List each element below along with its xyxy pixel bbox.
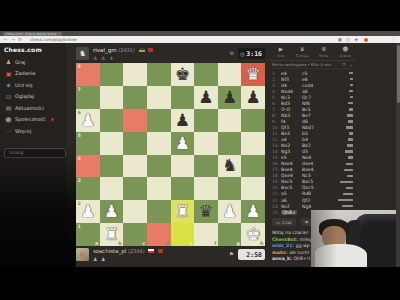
live-badge — [148, 48, 153, 52]
move-time-bar — [346, 163, 353, 165]
square-e2[interactable]: ♜ — [171, 200, 195, 223]
square-e7[interactable] — [171, 86, 195, 109]
black-move[interactable]: Nc5 — [302, 173, 323, 178]
square-b2[interactable]: ♟ — [100, 200, 124, 223]
white-move[interactable]: Qh8+ — [281, 210, 302, 215]
white-move[interactable]: Nc3 — [281, 95, 302, 100]
move-number: 17. — [272, 167, 281, 172]
piece-white-pawn[interactable]: ♟ — [246, 203, 261, 220]
square-b8[interactable] — [100, 63, 124, 86]
forward-icon[interactable]: → — [11, 36, 15, 43]
move-number: 13. — [272, 143, 281, 148]
tab-label: Gracze — [339, 54, 351, 58]
profile-avatar-icon[interactable] — [364, 38, 369, 43]
black-move[interactable]: b4 — [302, 137, 323, 142]
square-d7[interactable] — [147, 86, 171, 109]
video-frame: Chess.com - Graj w szachy online ← → ⟳ c… — [0, 0, 400, 300]
top-player-bar: ♞ rival_gm (2431) ♙ ♙ ♗ ⊕ ◷ 3:16 — [76, 46, 265, 62]
chat-panel: Witaj na czacie!ChessBot: miłego oglądan… — [272, 230, 316, 263]
move-time-bar — [350, 96, 353, 98]
square-a5[interactable]: 5 — [76, 132, 100, 155]
white-move[interactable]: Ng3 — [281, 149, 302, 154]
square-a7[interactable]: 7 — [76, 86, 100, 109]
black-move[interactable]: d6 — [302, 119, 323, 124]
file-label: g — [236, 241, 239, 246]
white-move[interactable]: Ne2 — [281, 143, 302, 148]
white-move[interactable]: a4 — [281, 137, 302, 142]
square-f1[interactable]: f — [194, 223, 218, 246]
black-move[interactable]: Rd8 — [302, 191, 323, 196]
rank-label: 8 — [78, 64, 81, 69]
black-move[interactable]: e6 — [302, 77, 323, 82]
top-player-flag-icon — [139, 48, 145, 52]
chess-site-page: Chess.com ♟Graj▣Zadania◈Ucz się⊡Oglądaj▤… — [0, 43, 400, 267]
bottom-player-avatar[interactable]: ♘ — [76, 248, 89, 261]
black-move[interactable]: dxe4 — [302, 161, 323, 166]
black-move[interactable]: cxd4 — [302, 83, 323, 88]
sidebar-item-label: Społeczność — [15, 116, 46, 122]
webcam-shading — [311, 210, 400, 267]
sidebar-item-label: Więcej — [15, 128, 32, 134]
partie-tab-icon: ≣ — [321, 47, 326, 53]
page-scrollbar[interactable] — [396, 43, 400, 267]
square-e8[interactable]: ♚ — [171, 63, 195, 86]
move-time-bar — [348, 102, 353, 104]
move-time-bar — [347, 175, 353, 177]
move-number: 14. — [272, 149, 281, 154]
bottom-player-username: szachista_pl — [93, 248, 126, 254]
move-number: 18. — [272, 173, 281, 178]
square-h2[interactable]: ♟ — [241, 200, 265, 223]
bottom-player-bar: ♘ szachista_pl (2394) ♟ ♟ ⚑ 2:58 — [76, 247, 265, 263]
button-label: Czat — [282, 220, 291, 225]
white-move[interactable]: f4 — [281, 119, 302, 124]
square-c2[interactable] — [123, 200, 147, 223]
move-number: 24. — [272, 210, 281, 215]
kamera-icon: ⚑ — [305, 220, 309, 225]
square-b7[interactable] — [100, 86, 124, 109]
aktualności-icon: ▤ — [5, 104, 12, 111]
move-number: 7. — [272, 107, 281, 112]
event-title-text: Partia rankingowa • Blitz 3 min — [272, 62, 331, 67]
file-label: f — [214, 241, 216, 246]
move-time-bar — [348, 120, 353, 122]
webcam-overlay — [311, 210, 400, 267]
black-move[interactable]: Bc5 — [302, 107, 323, 112]
square-g6[interactable] — [218, 109, 242, 132]
chat-username[interactable]: anna_k: — [272, 256, 292, 261]
piece-white-rook[interactable]: ♜ — [175, 203, 190, 220]
turnieje-tab-icon: ♛ — [300, 47, 305, 53]
zadania-icon: ▣ — [5, 70, 12, 77]
square-a1[interactable]: 1a — [76, 223, 100, 246]
white-move[interactable]: Nxd4 — [281, 89, 302, 94]
square-a3[interactable]: 3 — [76, 177, 100, 200]
file-label: c — [143, 241, 146, 246]
piece-black-knight[interactable]: ♞ — [222, 157, 237, 174]
square-a6[interactable]: 6♟ — [76, 109, 100, 132]
tab-turnieje[interactable]: ♛Turnieje — [292, 45, 314, 60]
square-c5[interactable] — [123, 132, 147, 155]
square-e1[interactable]: e — [171, 223, 195, 246]
move-number: 16. — [272, 161, 281, 166]
tab-label: Graj — [277, 54, 284, 58]
sidebar-item-ogldaj[interactable]: ⊡Oglądaj — [5, 91, 63, 102]
sidebar-item-label: Graj — [15, 59, 25, 65]
notification-badge — [51, 118, 54, 121]
move-number: 19. — [272, 179, 281, 184]
move-number: 4. — [272, 89, 281, 94]
chess-board: 8♚♛7♟♟♟6♟♟5♟4♞32♟♟♜♛♟♟1ab♜cdefgh♚ — [76, 63, 265, 246]
white-move[interactable]: e5 — [281, 155, 302, 160]
square-d8[interactable] — [147, 63, 171, 86]
square-g8[interactable] — [218, 63, 242, 86]
czat-button[interactable]: ▭Czat — [272, 218, 296, 226]
square-f5[interactable] — [194, 132, 218, 155]
move-time-bar — [344, 169, 353, 171]
chat-text: gg wp — [296, 243, 310, 248]
move-number: 5. — [272, 95, 281, 100]
chat-message: ChessBot: miłego oglądania — [272, 237, 316, 244]
sidebar-item-label: Ucz się — [15, 82, 33, 88]
więcej-icon: ⋯ — [5, 127, 12, 134]
black-move[interactable]: Qc7 — [302, 95, 323, 100]
black-move[interactable]: Bxe4 — [302, 167, 323, 172]
square-f6[interactable] — [194, 109, 218, 132]
move-list: 1.e4c52.Nf3e63.d4cxd44.Nxd4a65.Nc3Qc76.B… — [272, 70, 356, 215]
piece-black-queen[interactable]: ♛ — [198, 203, 213, 220]
piece-black-pawn[interactable]: ♟ — [222, 88, 237, 105]
chat-message: maks: ale ruch! — [272, 250, 316, 257]
white-move[interactable]: Bxc5 — [281, 185, 302, 190]
top-player-rating: (2431) — [118, 47, 135, 53]
piece-black-pawn[interactable]: ♟ — [246, 88, 261, 105]
square-f8[interactable] — [194, 63, 218, 86]
move-time-bar — [343, 193, 353, 195]
square-h4[interactable] — [241, 155, 265, 178]
white-move[interactable]: Nxe4 — [281, 161, 302, 166]
move-number: 23. — [272, 204, 281, 209]
piece-black-pawn[interactable]: ♟ — [198, 88, 213, 105]
sidebar-item-label: Oglądaj — [15, 93, 34, 99]
top-player-username: rival_gm — [93, 47, 117, 53]
square-c1[interactable]: c — [123, 223, 147, 246]
square-e6[interactable]: ♟ — [171, 109, 195, 132]
square-d1[interactable]: d — [147, 223, 171, 246]
sidebar-item-label: Aktualności — [15, 105, 44, 111]
sidebar-item-uczsi[interactable]: ◈Ucz się — [5, 79, 63, 90]
square-g3[interactable] — [218, 177, 242, 200]
move-number: 2. — [272, 77, 281, 82]
square-c7[interactable] — [123, 86, 147, 109]
panel-tabs: ▶Graj♛Turnieje≣Partie☻Gracze — [270, 45, 356, 61]
move-number: 3. — [272, 83, 281, 88]
square-f2[interactable]: ♛ — [194, 200, 218, 223]
square-c8[interactable] — [123, 63, 147, 86]
black-move[interactable]: Qf2 — [302, 198, 323, 203]
chat-message: widz_21: gg wp — [272, 243, 316, 250]
move-time-bar — [346, 187, 353, 189]
move-number: 9. — [272, 119, 281, 124]
top-player-name[interactable]: rival_gm (2431) — [93, 47, 153, 53]
avatar-piece-icon: ♞ — [79, 49, 86, 58]
chat-username[interactable]: ChessBot: — [272, 237, 298, 242]
sidebar-item-zadania[interactable]: ▣Zadania — [5, 68, 63, 79]
white-move[interactable]: e4 — [281, 71, 302, 76]
list-icon[interactable]: ≡ — [342, 62, 346, 68]
white-move[interactable]: Nf3 — [281, 77, 302, 82]
chat-message: anna_k: Qh8+!! — [272, 256, 316, 263]
square-e3[interactable] — [171, 177, 195, 200]
move-time-bar — [340, 181, 353, 183]
piece-black-king[interactable]: ♚ — [175, 65, 190, 82]
sidebar-item-graj[interactable]: ♟Graj — [5, 56, 63, 67]
extension-icon[interactable]: ▣ — [338, 36, 342, 43]
chevron-down-icon[interactable]: ⌄ — [349, 62, 353, 68]
square-f4[interactable] — [194, 155, 218, 178]
move-number: 21. — [272, 191, 281, 196]
tab-label: Turnieje — [296, 54, 309, 58]
czat-icon: ▭ — [276, 220, 280, 225]
tab-partie[interactable]: ≣Partie — [313, 45, 335, 60]
top-player-avatar[interactable]: ♞ — [76, 47, 89, 60]
tab-graj[interactable]: ▶Graj — [270, 45, 292, 60]
square-d3[interactable] — [147, 177, 171, 200]
move-number: 8. — [272, 113, 281, 118]
white-move[interactable]: O-O — [281, 107, 302, 112]
bottom-clock-time: 2:58 — [246, 251, 262, 259]
move-time-bar — [349, 72, 353, 74]
chat-username[interactable]: widz_21: — [272, 243, 294, 248]
file-label: a — [95, 241, 98, 246]
oglądaj-icon: ⊡ — [5, 93, 12, 100]
społeczność-icon: ☻ — [5, 116, 12, 123]
graj-icon: ♟ — [5, 58, 12, 65]
move-number: 22. — [272, 198, 281, 203]
square-h7[interactable]: ♟ — [241, 86, 265, 109]
move-time-bar — [348, 156, 353, 158]
square-d5[interactable] — [147, 132, 171, 155]
square-g7[interactable]: ♟ — [218, 86, 242, 109]
reload-icon[interactable]: ⟳ — [18, 36, 22, 43]
move-number: 11. — [272, 131, 281, 136]
clock-icon: ◷ — [240, 51, 244, 57]
move-number: 12. — [272, 137, 281, 142]
square-c3[interactable] — [123, 177, 147, 200]
event-title[interactable]: Partia rankingowa • Blitz 3 min ≡ ⌄ — [272, 62, 354, 69]
sidebar-item-label: Zadania — [15, 70, 35, 76]
square-e4[interactable] — [171, 155, 195, 178]
back-icon[interactable]: ← — [4, 36, 8, 43]
chat-username[interactable]: maks: — [272, 250, 288, 255]
graj-tab-icon: ▶ — [279, 47, 283, 53]
move-time-bar — [348, 138, 353, 140]
square-b1[interactable]: b♜ — [100, 223, 124, 246]
square-b4[interactable] — [100, 155, 124, 178]
letterbox-top — [0, 0, 400, 31]
url-text[interactable]: chess.com/play/online — [30, 36, 77, 43]
piece-white-rook[interactable]: ♜ — [104, 226, 119, 243]
piece-white-pawn[interactable]: ♟ — [222, 203, 237, 220]
sidebar: Chess.com ♟Graj▣Zadania◈Ucz się⊡Oglądaj▤… — [0, 43, 66, 267]
piece-white-king[interactable]: ♚ — [246, 226, 261, 243]
extension-icon[interactable]: ◈ — [355, 36, 358, 43]
extension-icon[interactable]: ◫ — [346, 36, 350, 43]
move-time-bar — [346, 126, 353, 128]
square-a2[interactable]: 2♟ — [76, 200, 100, 223]
move-time-bar — [345, 150, 353, 152]
rank-label: 4 — [78, 156, 81, 161]
white-move[interactable]: Qxe4 — [281, 173, 302, 178]
rank-label: 1 — [78, 224, 81, 229]
move-number: 1. — [272, 71, 281, 76]
move-number: 10. — [272, 125, 281, 130]
square-g1[interactable]: g — [218, 223, 242, 246]
square-h1[interactable]: h♚ — [241, 223, 265, 246]
chat-text: ale ruch! — [289, 250, 309, 255]
square-d4[interactable] — [147, 155, 171, 178]
top-clock-time: 3:16 — [246, 50, 262, 58]
white-move[interactable]: Nxc5 — [281, 179, 302, 184]
square-a8[interactable]: 8 — [76, 63, 100, 86]
file-label: d — [166, 241, 169, 246]
white-move[interactable]: Qf3 — [281, 125, 302, 130]
chat-text: Qh8+!! — [293, 256, 310, 261]
black-move[interactable]: Nbd7 — [302, 125, 323, 130]
move-time-bar — [342, 205, 353, 207]
move-time-bar — [349, 108, 353, 110]
move-time-bar — [347, 114, 353, 116]
square-b5[interactable] — [100, 132, 124, 155]
move-number: 20. — [272, 185, 281, 190]
gracze-tab-icon: ☻ — [342, 47, 348, 53]
rank-label: 3 — [78, 178, 81, 183]
square-d2[interactable] — [147, 200, 171, 223]
white-move[interactable]: Bd3 — [281, 101, 302, 106]
move-time-bar — [350, 84, 353, 86]
file-label: e — [189, 241, 192, 246]
flag-resign-icon[interactable]: ⚑ — [229, 251, 234, 257]
black-move[interactable]: Bb7 — [302, 143, 323, 148]
piece-white-pawn[interactable]: ♟ — [175, 134, 190, 151]
black-move[interactable]: Nf6 — [302, 101, 323, 106]
square-h5[interactable] — [241, 132, 265, 155]
bottom-captured-pieces: ♟ ♟ — [93, 256, 107, 262]
piece-white-queen[interactable]: ♛ — [246, 65, 261, 82]
white-move[interactable]: a6 — [281, 198, 302, 203]
letterbox-bottom — [0, 267, 400, 300]
white-move[interactable]: a5 — [281, 191, 302, 196]
piece-white-pawn[interactable]: ♟ — [104, 203, 119, 220]
square-f3[interactable] — [194, 177, 218, 200]
black-move[interactable]: a6 — [302, 89, 323, 94]
square-a4[interactable]: 4 — [76, 155, 100, 178]
sidebar-item-wicej[interactable]: ⋯Więcej — [5, 125, 63, 136]
move-number: 6. — [272, 101, 281, 106]
challenge-icon[interactable]: ⊕ — [229, 50, 234, 56]
rank-label: 7 — [78, 87, 81, 92]
tab-label: Partie — [319, 54, 328, 58]
bottom-player-flag-icon — [148, 249, 154, 253]
move-time-bar — [349, 90, 353, 92]
white-move[interactable]: Bxe4 — [281, 167, 302, 172]
piece-white-pawn[interactable]: ♟ — [80, 111, 95, 128]
black-move[interactable]: Ng4 — [302, 204, 323, 209]
move-time-bar — [338, 199, 353, 201]
chat-text: Witaj na czacie! — [272, 230, 308, 235]
site-logo[interactable]: Chess.com — [4, 46, 42, 53]
ucz się-icon: ◈ — [5, 81, 12, 88]
top-captured-pieces: ♙ ♙ ♗ — [93, 55, 115, 61]
square-b3[interactable] — [100, 177, 124, 200]
tab-gracze[interactable]: ☻Gracze — [335, 45, 357, 60]
bottom-player-clock: 2:58 — [238, 249, 265, 260]
piece-white-pawn[interactable]: ♟ — [80, 203, 95, 220]
bottom-player-name[interactable]: szachista_pl (2394) — [93, 248, 163, 254]
black-move[interactable]: d5 — [302, 149, 323, 154]
white-move[interactable]: d4 — [281, 83, 302, 88]
chat-message: Witaj na czacie! — [272, 230, 316, 237]
square-d6[interactable] — [147, 109, 171, 132]
scrollbar-thumb[interactable] — [397, 45, 400, 103]
black-move[interactable]: Bxc5 — [302, 179, 323, 184]
square-c6[interactable] — [123, 109, 147, 132]
sidebar-item-spoeczno[interactable]: ☻Społeczność — [5, 114, 63, 125]
search-input[interactable]: Szukaj — [4, 148, 66, 158]
square-h6[interactable] — [241, 109, 265, 132]
white-move[interactable]: Nb3 — [281, 113, 302, 118]
black-move[interactable]: Ne4 — [302, 155, 323, 160]
square-c4[interactable] — [123, 155, 147, 178]
white-move[interactable]: Re2 — [281, 204, 302, 209]
black-move[interactable]: b5 — [302, 131, 323, 136]
move-time-bar — [347, 144, 353, 146]
square-e5[interactable]: ♟ — [171, 132, 195, 155]
square-h3[interactable] — [241, 177, 265, 200]
move-time-bar — [350, 78, 353, 80]
bottom-player-rating: (2394) — [128, 248, 145, 254]
white-move[interactable]: Be3 — [281, 131, 302, 136]
black-move[interactable]: Qxc5 — [302, 185, 323, 190]
title-badge — [158, 249, 163, 253]
top-player-clock: ◷ 3:16 — [238, 48, 265, 59]
move-number: 15. — [272, 155, 281, 160]
rank-label: 5 — [78, 133, 81, 138]
square-g2[interactable]: ♟ — [218, 200, 242, 223]
piece-black-pawn[interactable]: ♟ — [175, 111, 190, 128]
square-g4[interactable]: ♞ — [218, 155, 242, 178]
avatar-piece-icon: ♘ — [79, 250, 86, 259]
move-time-bar — [349, 132, 353, 134]
square-g5[interactable] — [218, 132, 242, 155]
square-b6[interactable] — [100, 109, 124, 132]
black-move[interactable]: c5 — [302, 71, 323, 76]
sidebar-item-aktualnoci[interactable]: ▤Aktualności — [5, 102, 63, 113]
square-h8[interactable]: ♛ — [241, 63, 265, 86]
square-f7[interactable]: ♟ — [194, 86, 218, 109]
browser-menu-icon[interactable]: ⋮ — [392, 36, 397, 43]
black-move[interactable]: Be7 — [302, 113, 323, 118]
